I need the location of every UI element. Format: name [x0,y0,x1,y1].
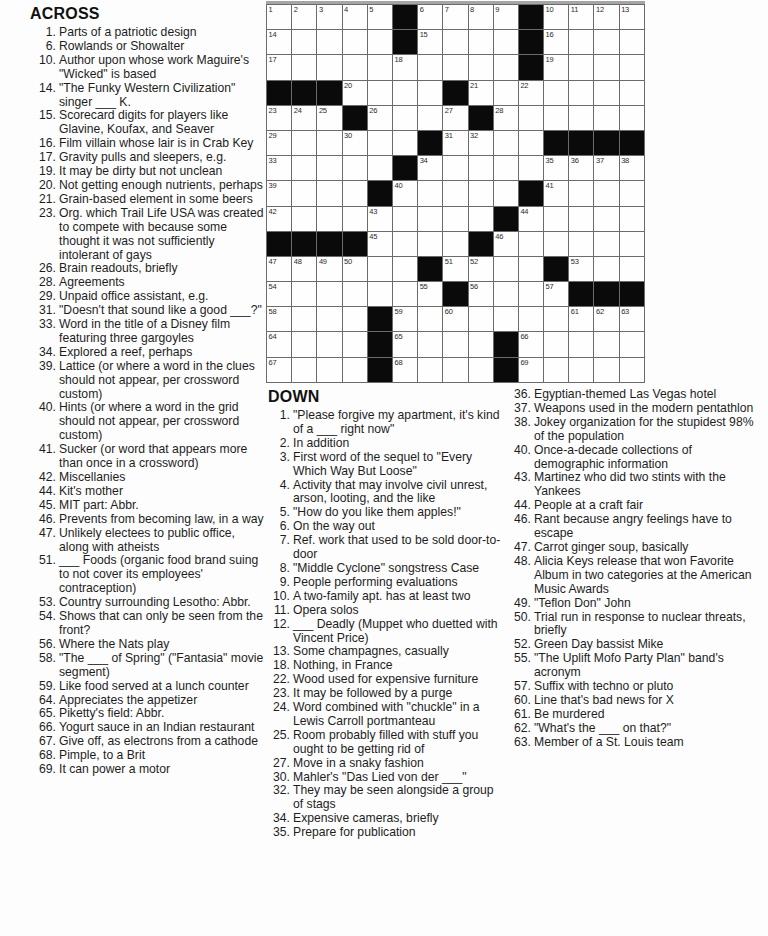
black-cell [292,232,317,257]
grid-cell[interactable] [292,30,317,55]
black-cell [519,5,544,30]
grid-cell[interactable] [469,55,494,80]
clue-text: Lattice (or where a word in the clues sh… [59,360,268,402]
grid-cell[interactable] [569,30,594,55]
clue-number: 18. [268,659,290,673]
clue: 57.Suffix with techno or pluto [505,680,757,694]
grid-cell[interactable] [368,282,393,307]
cell-number: 5 [369,5,373,14]
cell-number: 43 [369,207,377,216]
grid-cell[interactable] [292,282,317,307]
grid-cell[interactable] [594,207,619,232]
cell-number: 32 [470,131,478,140]
grid-cell[interactable] [469,358,494,383]
clue: 32.They may be seen alongside a group of… [268,784,505,812]
grid-cell[interactable]: 18 [393,55,418,80]
grid-cell[interactable]: 31 [443,131,468,156]
cell-number: 42 [269,207,277,216]
black-cell [443,282,468,307]
grid-cell[interactable] [620,30,645,55]
grid-cell[interactable] [393,257,418,282]
cell-number: 51 [445,257,453,266]
clue-number: 66. [30,721,56,735]
grid-cell[interactable]: 64 [267,332,292,357]
grid-cell[interactable] [544,307,569,332]
grid-cell[interactable]: 55 [418,282,443,307]
grid-cell[interactable] [469,30,494,55]
cell-number: 44 [520,207,528,216]
cell-number: 8 [470,5,474,14]
grid-cell[interactable] [393,131,418,156]
grid-cell[interactable]: 22 [519,81,544,106]
crossword-grid[interactable]: 1234567891011121314151617181920212223242… [266,4,645,383]
grid-cell[interactable] [620,358,645,383]
clue-text: It may be dirty but not unclean [59,165,268,179]
grid-cell[interactable]: 13 [620,5,645,30]
grid-cell[interactable]: 68 [393,358,418,383]
cell-number: 45 [369,232,377,241]
grid-cell[interactable] [494,181,519,206]
cell-number: 54 [269,282,277,291]
grid-cell[interactable] [343,307,368,332]
grid-cell[interactable] [594,358,619,383]
cell-number: 39 [269,181,277,190]
black-cell [393,5,418,30]
grid-cell[interactable]: 52 [469,257,494,282]
grid-cell[interactable]: 46 [494,232,519,257]
grid-cell[interactable]: 60 [443,307,468,332]
grid-cell[interactable]: 38 [620,156,645,181]
grid-cell[interactable] [317,131,342,156]
clue-number: 1. [268,409,290,437]
clue-text: Agreements [59,276,268,290]
clue: 2.In addition [268,437,505,451]
grid-cell[interactable]: 62 [594,307,619,332]
cell-number: 47 [269,257,277,266]
grid-cell[interactable]: 66 [519,332,544,357]
clue: 45.MIT part: Abbr. [30,499,268,513]
grid-cell[interactable]: 67 [267,358,292,383]
grid-cell[interactable] [368,30,393,55]
grid-cell[interactable] [418,358,443,383]
grid-cell[interactable] [594,257,619,282]
clue-number: 60. [505,694,531,708]
grid-cell[interactable] [343,181,368,206]
cell-number: 59 [394,307,402,316]
grid-cell[interactable] [393,81,418,106]
grid-cell[interactable]: 20 [343,81,368,106]
clue: 41.Sucker (or word that appears more tha… [30,443,268,471]
clue: 26.Brain readouts, briefly [30,262,268,276]
grid-cell[interactable] [544,232,569,257]
grid-cell[interactable]: 47 [267,257,292,282]
grid-cell[interactable]: 69 [519,358,544,383]
grid-cell[interactable] [418,207,443,232]
cell-number: 3 [319,5,323,14]
black-cell [544,257,569,282]
grid-cell[interactable]: 59 [393,307,418,332]
grid-cell[interactable] [494,282,519,307]
grid-cell[interactable] [594,106,619,131]
grid-cell[interactable] [292,131,317,156]
grid-cell[interactable]: 15 [418,30,443,55]
grid-cell[interactable]: 2 [292,5,317,30]
clue-text: Some champagnes, casually [293,645,505,659]
grid-cell[interactable]: 29 [267,131,292,156]
grid-cell[interactable] [343,332,368,357]
black-cell [267,232,292,257]
grid-cell[interactable]: 57 [544,282,569,307]
grid-cell[interactable] [620,106,645,131]
grid-cell[interactable]: 63 [620,307,645,332]
grid-cell[interactable]: 21 [469,81,494,106]
grid-cell[interactable] [620,181,645,206]
grid-cell[interactable] [343,55,368,80]
grid-cell[interactable] [519,307,544,332]
clue: 13.Some champagnes, casually [268,645,505,659]
grid-cell[interactable] [292,181,317,206]
clue-number: 29. [30,290,56,304]
grid-cell[interactable] [494,156,519,181]
cell-number: 4 [344,5,348,14]
grid-cell[interactable]: 8 [469,5,494,30]
clue-number: 23. [268,687,290,701]
clue-number: 11. [268,604,290,618]
clue-text: Author upon whose work Maguire's "Wicked… [59,54,268,82]
grid-cell[interactable] [418,181,443,206]
grid-cell[interactable] [469,181,494,206]
clue: 19.It may be dirty but not unclean [30,165,268,179]
grid-cell[interactable] [494,307,519,332]
crossword-grid-wrap: 1234567891011121314151617181920212223242… [266,1,645,383]
grid-cell[interactable] [368,156,393,181]
grid-cell[interactable]: 56 [469,282,494,307]
clue: 46.Rant because angry feelings have to e… [505,513,757,541]
grid-cell[interactable] [292,55,317,80]
grid-cell[interactable]: 25 [317,106,342,131]
clue: 66.Yogurt sauce in an Indian restaurant [30,721,268,735]
grid-cell[interactable]: 48 [292,257,317,282]
grid-cell[interactable]: 39 [267,181,292,206]
grid-cell[interactable]: 42 [267,207,292,232]
grid-cell[interactable] [393,282,418,307]
grid-cell[interactable] [569,81,594,106]
grid-cell[interactable] [494,81,519,106]
grid-cell[interactable] [544,106,569,131]
clue: 34.Explored a reef, perhaps [30,346,268,360]
grid-cell[interactable] [368,81,393,106]
grid-cell[interactable] [494,131,519,156]
grid-cell[interactable] [292,332,317,357]
grid-cell[interactable]: 27 [443,106,468,131]
clue-text: Ref. work that used to be sold door-to-d… [293,534,505,562]
grid-cell[interactable]: 19 [544,55,569,80]
grid-cell[interactable]: 3 [317,5,342,30]
grid-cell[interactable] [443,55,468,80]
grid-cell[interactable] [519,232,544,257]
clue: 63.Member of a St. Louis team [505,736,757,750]
grid-cell[interactable] [519,106,544,131]
down-section-continued: 36.Egyptian-themed Las Vegas hotel37.Wea… [505,388,757,750]
grid-cell[interactable] [620,332,645,357]
clue-text: Shows that can only be seen from the fro… [59,610,268,638]
grid-cell[interactable]: 23 [267,106,292,131]
grid-cell[interactable]: 40 [393,181,418,206]
grid-cell[interactable] [594,55,619,80]
cell-number: 69 [520,358,528,367]
grid-cell[interactable] [418,232,443,257]
clue-text: "The ___ of Spring" ("Fantasia" movie se… [59,652,268,680]
grid-cell[interactable] [443,156,468,181]
grid-cell[interactable]: 54 [267,282,292,307]
grid-cell[interactable]: 24 [292,106,317,131]
grid-cell[interactable] [519,257,544,282]
cell-number: 13 [621,5,629,14]
black-cell [519,181,544,206]
grid-cell[interactable]: 28 [494,106,519,131]
clue-text: Rant because angry feelings have to esca… [534,513,757,541]
grid-cell[interactable]: 10 [544,5,569,30]
grid-cell[interactable]: 14 [267,30,292,55]
grid-cell[interactable] [594,181,619,206]
grid-cell[interactable] [343,207,368,232]
grid-cell[interactable] [292,207,317,232]
cell-number: 40 [394,181,402,190]
grid-cell[interactable] [418,55,443,80]
clue-text: "Doesn't that sound like a good ___?" [59,304,268,318]
grid-cell[interactable] [317,207,342,232]
grid-cell[interactable]: 4 [343,5,368,30]
clue-text: "Teflon Don" John [534,597,757,611]
clue-number: 28. [30,276,56,290]
grid-cell[interactable] [317,332,342,357]
grid-cell[interactable] [620,81,645,106]
across-heading: ACROSS [30,5,268,23]
grid-cell[interactable] [544,81,569,106]
grid-cell[interactable] [620,55,645,80]
grid-cell[interactable] [494,257,519,282]
grid-cell[interactable]: 30 [343,131,368,156]
grid-cell[interactable]: 49 [317,257,342,282]
grid-cell[interactable] [544,207,569,232]
clue-number: 40. [505,444,531,472]
grid-cell[interactable] [418,81,443,106]
grid-cell[interactable] [443,207,468,232]
grid-cell[interactable] [368,55,393,80]
grid-cell[interactable]: 58 [267,307,292,332]
crossword-page: 1234567891011121314151617181920212223242… [0,0,768,936]
grid-cell[interactable]: 5 [368,5,393,30]
grid-cell[interactable] [343,282,368,307]
grid-cell[interactable]: 33 [267,156,292,181]
clue-number: 52. [505,638,531,652]
clue: 62."What's the ___ on that?" [505,722,757,736]
clue-number: 48. [505,555,531,597]
grid-cell[interactable] [519,156,544,181]
grid-cell[interactable] [368,257,393,282]
clue: 1.Parts of a patriotic design [30,26,268,40]
grid-cell[interactable]: 16 [544,30,569,55]
grid-cell[interactable] [292,307,317,332]
grid-cell[interactable] [620,207,645,232]
grid-cell[interactable] [519,282,544,307]
grid-cell[interactable]: 11 [569,5,594,30]
grid-cell[interactable]: 41 [544,181,569,206]
grid-cell[interactable]: 44 [519,207,544,232]
clue-text: Move in a snaky fashion [293,757,505,771]
clue: 68.Pimple, to a Brit [30,749,268,763]
clue-text: Green Day bassist Mike [534,638,757,652]
grid-cell[interactable] [317,282,342,307]
clue-number: 35. [268,826,290,840]
grid-cell[interactable] [494,30,519,55]
clue-number: 47. [30,527,56,555]
grid-cell[interactable]: 12 [594,5,619,30]
clue-text: "What's the ___ on that?" [534,722,757,736]
clue-number: 6. [30,40,56,54]
grid-cell[interactable] [469,156,494,181]
grid-cell[interactable] [519,131,544,156]
clue: 9.People performing evaluations [268,576,505,590]
grid-cell[interactable]: 53 [569,257,594,282]
grid-cell[interactable] [418,307,443,332]
grid-cell[interactable]: 61 [569,307,594,332]
grid-cell[interactable] [469,207,494,232]
grid-cell[interactable]: 7 [443,5,468,30]
grid-cell[interactable] [418,106,443,131]
grid-cell[interactable] [317,55,342,80]
grid-cell[interactable] [569,358,594,383]
grid-cell[interactable] [569,232,594,257]
grid-cell[interactable] [317,156,342,181]
grid-cell[interactable] [317,307,342,332]
clue-text: "Please forgive my apartment, it's kind … [293,409,505,437]
clue: 16.Film villain whose lair is in Crab Ke… [30,137,268,151]
grid-cell[interactable]: 37 [594,156,619,181]
grid-cell[interactable] [393,106,418,131]
grid-cell[interactable]: 6 [418,5,443,30]
clue-text: They may be seen alongside a group of st… [293,784,505,812]
grid-cell[interactable] [594,30,619,55]
grid-cell[interactable] [317,181,342,206]
grid-cell[interactable] [594,81,619,106]
grid-cell[interactable] [443,30,468,55]
clue-number: 23. [30,207,56,263]
grid-cell[interactable] [368,131,393,156]
grid-cell[interactable] [544,332,569,357]
clue-text: Like food served at a lunch counter [59,680,268,694]
clue-text: On the way out [293,520,505,534]
grid-cell[interactable] [443,232,468,257]
grid-cell[interactable] [418,332,443,357]
grid-cell[interactable] [594,332,619,357]
clue-number: 2. [268,437,290,451]
grid-cell[interactable]: 9 [494,5,519,30]
cell-number: 41 [546,181,554,190]
cell-number: 68 [394,358,402,367]
clue-number: 10. [30,54,56,82]
grid-cell[interactable] [443,332,468,357]
grid-cell[interactable] [620,232,645,257]
grid-cell[interactable] [569,106,594,131]
grid-cell[interactable] [469,307,494,332]
grid-cell[interactable]: 51 [443,257,468,282]
cell-number: 14 [269,30,277,39]
clue-text: Jokey organization for the stupidest 98%… [534,416,757,444]
grid-cell[interactable] [443,181,468,206]
grid-cell[interactable]: 35 [544,156,569,181]
grid-cell[interactable]: 43 [368,207,393,232]
clue-number: 14. [30,82,56,110]
grid-cell[interactable] [317,30,342,55]
clue-number: 46. [30,513,56,527]
clue: 30.Mahler's "Das Lied von der ___" [268,771,505,785]
grid-cell[interactable]: 34 [418,156,443,181]
grid-cell[interactable] [569,181,594,206]
cell-number: 37 [596,156,604,165]
grid-cell[interactable]: 17 [267,55,292,80]
grid-cell[interactable] [569,332,594,357]
clue-text: Hints (or where a word in the grid shoul… [59,401,268,443]
cell-number: 49 [319,257,327,266]
grid-cell[interactable] [569,55,594,80]
grid-cell[interactable]: 36 [569,156,594,181]
grid-cell[interactable] [343,156,368,181]
cell-number: 16 [546,30,554,39]
clue-number: 1. [30,26,56,40]
clue-text: Mahler's "Das Lied von der ___" [293,771,505,785]
grid-cell[interactable]: 45 [368,232,393,257]
cell-number: 63 [621,307,629,316]
grid-cell[interactable]: 50 [343,257,368,282]
black-cell [393,156,418,181]
grid-cell[interactable] [594,232,619,257]
grid-cell[interactable] [469,332,494,357]
grid-cell[interactable] [343,358,368,383]
black-cell [418,257,443,282]
clue-number: 39. [30,360,56,402]
grid-cell[interactable] [569,207,594,232]
grid-cell[interactable] [317,358,342,383]
grid-cell[interactable] [494,55,519,80]
grid-cell[interactable] [443,358,468,383]
grid-cell[interactable] [393,232,418,257]
clue-number: 45. [30,499,56,513]
clue-text: "Middle Cyclone" songstress Case [293,562,505,576]
clue: 27.Move in a snaky fashion [268,757,505,771]
grid-cell[interactable] [292,156,317,181]
clue-text: Brain readouts, briefly [59,262,268,276]
clue: 46.Prevents from becoming law, in a way [30,513,268,527]
clue: 65.Piketty's field: Abbr. [30,707,268,721]
cell-number: 55 [420,282,428,291]
grid-cell[interactable] [292,358,317,383]
grid-cell[interactable] [544,358,569,383]
grid-cell[interactable]: 1 [267,5,292,30]
clue-text: Unpaid office assistant, e.g. [59,290,268,304]
clue-text: "The Uplift Mofo Party Plan" band's acro… [534,652,757,680]
clue-text: Grain-based element in some beers [59,193,268,207]
grid-cell[interactable]: 32 [469,131,494,156]
grid-cell[interactable] [620,257,645,282]
clue: 28.Agreements [30,276,268,290]
grid-cell[interactable]: 65 [393,332,418,357]
clue: 3.First word of the sequel to "Every Whi… [268,451,505,479]
grid-cell[interactable] [393,207,418,232]
grid-cell[interactable] [343,30,368,55]
clue-number: 63. [505,736,531,750]
grid-cell[interactable]: 26 [368,106,393,131]
